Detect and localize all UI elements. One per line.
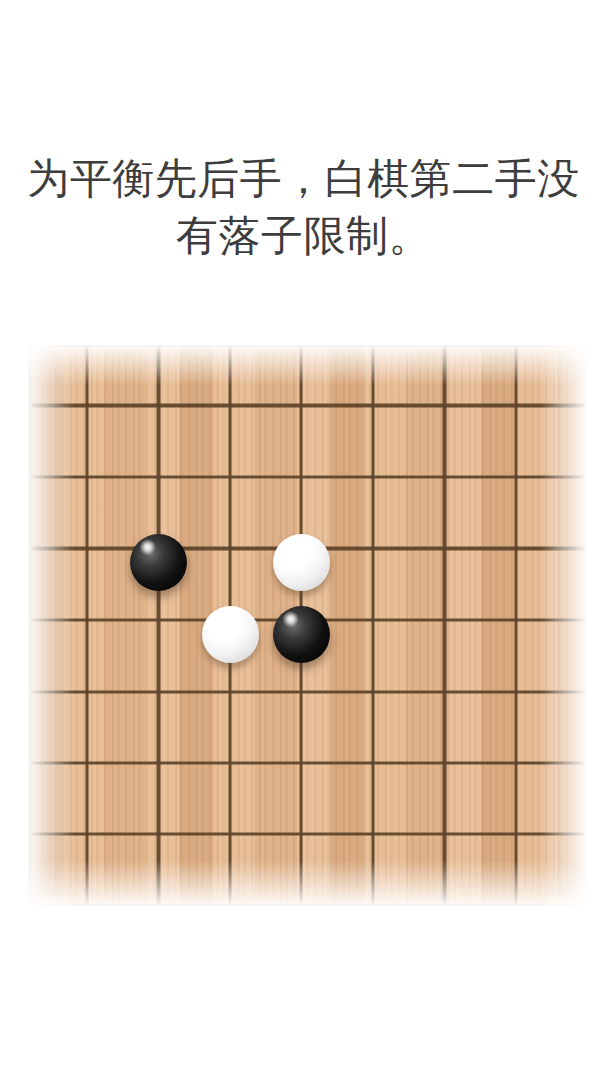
caption-line-1: 为平衡先后手，白棋第二手没	[0, 150, 607, 207]
tutorial-caption: 为平衡先后手，白棋第二手没 有落子限制。	[0, 150, 607, 264]
board[interactable]	[28, 345, 586, 906]
stone-black	[130, 534, 187, 591]
caption-line-2: 有落子限制。	[0, 207, 607, 264]
stone-white	[202, 606, 259, 663]
stone-black	[273, 606, 330, 663]
stone-white	[273, 534, 330, 591]
page-root: 为平衡先后手，白棋第二手没 有落子限制。	[0, 0, 607, 1080]
